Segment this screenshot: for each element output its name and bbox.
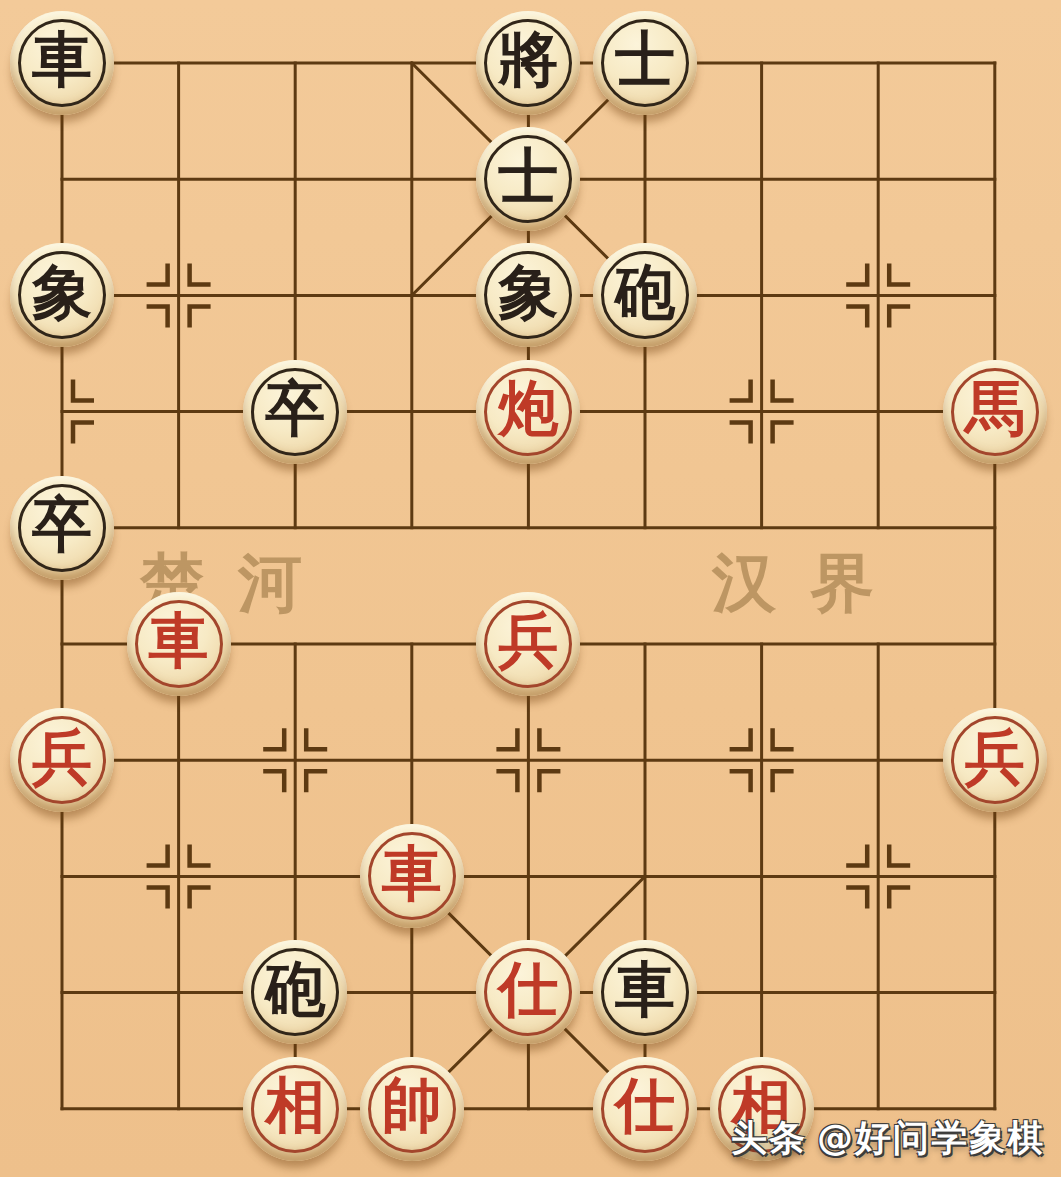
piece-glyph: 卒 [243, 358, 347, 462]
piece-red-chariot[interactable]: 車 [360, 824, 464, 928]
watermark: 头条@好问学象棋 [731, 1114, 1045, 1163]
piece-red-general[interactable]: 帥 [360, 1057, 464, 1161]
piece-black-elephant[interactable]: 象 [476, 243, 580, 347]
piece-red-horse[interactable]: 馬 [943, 360, 1047, 464]
watermark-brand: 头条 [731, 1117, 807, 1158]
piece-glyph: 車 [360, 822, 464, 926]
piece-red-soldier[interactable]: 兵 [10, 708, 114, 812]
piece-glyph: 兵 [10, 706, 114, 810]
piece-glyph: 砲 [243, 938, 347, 1042]
watermark-handle: @好问学象棋 [817, 1117, 1045, 1158]
piece-red-advisor[interactable]: 仕 [593, 1057, 697, 1161]
piece-red-cannon[interactable]: 炮 [476, 360, 580, 464]
piece-glyph: 車 [593, 938, 697, 1042]
piece-glyph: 兵 [943, 706, 1047, 810]
piece-red-elephant[interactable]: 相 [243, 1057, 347, 1161]
piece-red-soldier[interactable]: 兵 [943, 708, 1047, 812]
piece-glyph: 仕 [593, 1055, 697, 1159]
piece-glyph: 士 [476, 125, 580, 229]
piece-black-cannon[interactable]: 砲 [243, 940, 347, 1044]
piece-glyph: 帥 [360, 1055, 464, 1159]
piece-black-soldier[interactable]: 卒 [243, 360, 347, 464]
piece-red-soldier[interactable]: 兵 [476, 592, 580, 696]
piece-glyph: 砲 [593, 241, 697, 345]
piece-black-chariot[interactable]: 車 [593, 940, 697, 1044]
piece-black-general[interactable]: 將 [476, 11, 580, 115]
piece-glyph: 車 [10, 9, 114, 113]
xiangqi-app: 楚河 汉界 車將士士象象砲卒炮馬卒車兵兵兵車砲仕車相帥仕相 头条@好问学象棋 [0, 0, 1061, 1177]
piece-black-chariot[interactable]: 車 [10, 11, 114, 115]
piece-glyph: 兵 [476, 590, 580, 694]
piece-red-chariot[interactable]: 車 [127, 592, 231, 696]
piece-black-advisor[interactable]: 士 [593, 11, 697, 115]
piece-glyph: 相 [243, 1055, 347, 1159]
piece-glyph: 仕 [476, 938, 580, 1042]
piece-glyph: 將 [476, 9, 580, 113]
piece-black-soldier[interactable]: 卒 [10, 476, 114, 580]
piece-glyph: 象 [476, 241, 580, 345]
piece-black-advisor[interactable]: 士 [476, 127, 580, 231]
piece-glyph: 士 [593, 9, 697, 113]
piece-glyph: 象 [10, 241, 114, 345]
piece-glyph: 馬 [943, 358, 1047, 462]
piece-red-advisor[interactable]: 仕 [476, 940, 580, 1044]
piece-glyph: 車 [127, 590, 231, 694]
piece-black-cannon[interactable]: 砲 [593, 243, 697, 347]
piece-glyph: 炮 [476, 358, 580, 462]
xiangqi-board[interactable]: 車將士士象象砲卒炮馬卒車兵兵兵車砲仕車相帥仕相 [4, 5, 1053, 1167]
piece-glyph: 卒 [10, 474, 114, 578]
piece-black-elephant[interactable]: 象 [10, 243, 114, 347]
